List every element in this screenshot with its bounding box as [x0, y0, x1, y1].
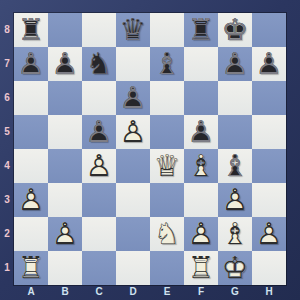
square-e2[interactable]: ♞♘ [150, 217, 184, 251]
square-d3[interactable] [116, 183, 150, 217]
square-a6[interactable] [14, 81, 48, 115]
square-a5[interactable] [14, 115, 48, 149]
rank-label-7: 7 [0, 47, 14, 81]
piece-outline-glyph: ♖ [14, 13, 48, 47]
piece-outline-glyph: ♙ [14, 47, 48, 81]
square-c1[interactable] [82, 251, 116, 285]
square-e6[interactable] [150, 81, 184, 115]
black-pawn-piece: ♟♙ [14, 47, 48, 81]
square-f7[interactable] [184, 47, 218, 81]
square-f6[interactable] [184, 81, 218, 115]
square-a8[interactable]: ♜♖ [14, 13, 48, 47]
white-rook-piece: ♜♖ [14, 251, 48, 285]
piece-fill-glyph: ♟ [252, 217, 286, 251]
square-b2[interactable]: ♟♙ [48, 217, 82, 251]
piece-fill-glyph: ♟ [252, 47, 286, 81]
piece-outline-glyph: ♙ [116, 81, 150, 115]
piece-outline-glyph: ♗ [218, 149, 252, 183]
square-h4[interactable] [252, 149, 286, 183]
square-e8[interactable] [150, 13, 184, 47]
square-d1[interactable] [116, 251, 150, 285]
piece-fill-glyph: ♛ [116, 13, 150, 47]
black-pawn-piece: ♟♙ [116, 81, 150, 115]
file-labels: ABCDEFGH [14, 285, 286, 300]
black-bishop-piece: ♝♗ [218, 149, 252, 183]
white-rook-piece: ♜♖ [184, 251, 218, 285]
piece-fill-glyph: ♜ [184, 251, 218, 285]
square-g7[interactable]: ♟♙ [218, 47, 252, 81]
piece-outline-glyph: ♕ [116, 13, 150, 47]
piece-fill-glyph: ♟ [48, 47, 82, 81]
white-pawn-piece: ♟♙ [82, 149, 116, 183]
black-pawn-piece: ♟♙ [218, 47, 252, 81]
square-a4[interactable] [14, 149, 48, 183]
white-pawn-piece: ♟♙ [218, 183, 252, 217]
piece-fill-glyph: ♚ [218, 251, 252, 285]
file-label-b: B [48, 285, 82, 300]
piece-fill-glyph: ♛ [150, 149, 184, 183]
white-king-piece: ♚♔ [218, 251, 252, 285]
square-h2[interactable]: ♟♙ [252, 217, 286, 251]
piece-outline-glyph: ♘ [82, 47, 116, 81]
piece-fill-glyph: ♟ [218, 47, 252, 81]
square-c7[interactable]: ♞♘ [82, 47, 116, 81]
square-a7[interactable]: ♟♙ [14, 47, 48, 81]
piece-outline-glyph: ♗ [218, 217, 252, 251]
white-pawn-piece: ♟♙ [184, 217, 218, 251]
white-pawn-piece: ♟♙ [48, 217, 82, 251]
white-queen-piece: ♛♕ [150, 149, 184, 183]
square-f2[interactable]: ♟♙ [184, 217, 218, 251]
piece-outline-glyph: ♙ [252, 47, 286, 81]
piece-outline-glyph: ♖ [184, 251, 218, 285]
piece-outline-glyph: ♙ [82, 149, 116, 183]
square-h8[interactable] [252, 13, 286, 47]
piece-fill-glyph: ♜ [184, 13, 218, 47]
square-a1[interactable]: ♜♖ [14, 251, 48, 285]
rank-label-1: 1 [0, 251, 14, 285]
square-h5[interactable] [252, 115, 286, 149]
square-d6[interactable]: ♟♙ [116, 81, 150, 115]
square-b8[interactable] [48, 13, 82, 47]
piece-outline-glyph: ♙ [184, 115, 218, 149]
piece-outline-glyph: ♕ [150, 149, 184, 183]
black-pawn-piece: ♟♙ [252, 47, 286, 81]
white-pawn-piece: ♟♙ [14, 183, 48, 217]
piece-outline-glyph: ♙ [252, 217, 286, 251]
square-h3[interactable] [252, 183, 286, 217]
square-a2[interactable] [14, 217, 48, 251]
square-d8[interactable]: ♛♕ [116, 13, 150, 47]
square-a3[interactable]: ♟♙ [14, 183, 48, 217]
piece-fill-glyph: ♟ [116, 81, 150, 115]
square-f4[interactable]: ♝♗ [184, 149, 218, 183]
piece-fill-glyph: ♜ [14, 251, 48, 285]
square-f3[interactable] [184, 183, 218, 217]
square-b7[interactable]: ♟♙ [48, 47, 82, 81]
white-bishop-piece: ♝♗ [218, 217, 252, 251]
piece-fill-glyph: ♝ [184, 149, 218, 183]
black-king-piece: ♚♔ [218, 13, 252, 47]
piece-fill-glyph: ♟ [14, 183, 48, 217]
piece-outline-glyph: ♔ [218, 13, 252, 47]
black-rook-piece: ♜♖ [184, 13, 218, 47]
piece-outline-glyph: ♗ [184, 149, 218, 183]
square-e4[interactable]: ♛♕ [150, 149, 184, 183]
black-knight-piece: ♞♘ [82, 47, 116, 81]
piece-outline-glyph: ♙ [48, 47, 82, 81]
piece-fill-glyph: ♟ [48, 217, 82, 251]
black-rook-piece: ♜♖ [14, 13, 48, 47]
rank-label-2: 2 [0, 217, 14, 251]
black-pawn-piece: ♟♙ [82, 115, 116, 149]
white-pawn-piece: ♟♙ [252, 217, 286, 251]
file-label-d: D [116, 285, 150, 300]
square-d2[interactable] [116, 217, 150, 251]
square-c2[interactable] [82, 217, 116, 251]
rank-labels: 87654321 [0, 13, 14, 285]
square-g1[interactable]: ♚♔ [218, 251, 252, 285]
piece-outline-glyph: ♗ [150, 47, 184, 81]
piece-fill-glyph: ♜ [14, 13, 48, 47]
square-f8[interactable]: ♜♖ [184, 13, 218, 47]
square-b1[interactable] [48, 251, 82, 285]
piece-fill-glyph: ♞ [82, 47, 116, 81]
rank-label-8: 8 [0, 13, 14, 47]
piece-outline-glyph: ♘ [150, 217, 184, 251]
square-c5[interactable]: ♟♙ [82, 115, 116, 149]
chess-board: ♜♖♛♕♜♖♚♔♟♙♟♙♞♘♝♗♟♙♟♙♟♙♟♙♟♙♟♙♟♙♛♕♝♗♝♗♟♙♟♙… [14, 13, 286, 285]
piece-fill-glyph: ♟ [116, 115, 150, 149]
piece-fill-glyph: ♝ [218, 217, 252, 251]
square-d7[interactable] [116, 47, 150, 81]
file-label-h: H [252, 285, 286, 300]
square-g5[interactable] [218, 115, 252, 149]
piece-fill-glyph: ♝ [218, 149, 252, 183]
piece-outline-glyph: ♙ [48, 217, 82, 251]
square-g4[interactable]: ♝♗ [218, 149, 252, 183]
square-f5[interactable]: ♟♙ [184, 115, 218, 149]
square-g2[interactable]: ♝♗ [218, 217, 252, 251]
white-bishop-piece: ♝♗ [184, 149, 218, 183]
piece-fill-glyph: ♝ [150, 47, 184, 81]
square-b4[interactable] [48, 149, 82, 183]
square-d4[interactable] [116, 149, 150, 183]
file-label-f: F [184, 285, 218, 300]
square-b3[interactable] [48, 183, 82, 217]
piece-fill-glyph: ♟ [184, 217, 218, 251]
black-pawn-piece: ♟♙ [184, 115, 218, 149]
piece-fill-glyph: ♟ [82, 115, 116, 149]
square-f1[interactable]: ♜♖ [184, 251, 218, 285]
square-g6[interactable] [218, 81, 252, 115]
square-h6[interactable] [252, 81, 286, 115]
file-label-c: C [82, 285, 116, 300]
black-pawn-piece: ♟♙ [48, 47, 82, 81]
square-c8[interactable] [82, 13, 116, 47]
square-b6[interactable] [48, 81, 82, 115]
piece-outline-glyph: ♙ [116, 115, 150, 149]
square-d5[interactable]: ♟♙ [116, 115, 150, 149]
piece-outline-glyph: ♙ [184, 217, 218, 251]
piece-fill-glyph: ♟ [184, 115, 218, 149]
black-queen-piece: ♛♕ [116, 13, 150, 47]
square-e1[interactable] [150, 251, 184, 285]
square-e7[interactable]: ♝♗ [150, 47, 184, 81]
piece-outline-glyph: ♖ [14, 251, 48, 285]
square-h1[interactable] [252, 251, 286, 285]
piece-outline-glyph: ♙ [82, 115, 116, 149]
piece-fill-glyph: ♟ [218, 183, 252, 217]
square-c6[interactable] [82, 81, 116, 115]
white-pawn-piece: ♟♙ [116, 115, 150, 149]
square-b5[interactable] [48, 115, 82, 149]
square-c3[interactable] [82, 183, 116, 217]
square-g8[interactable]: ♚♔ [218, 13, 252, 47]
square-h7[interactable]: ♟♙ [252, 47, 286, 81]
piece-fill-glyph: ♞ [150, 217, 184, 251]
rank-label-6: 6 [0, 81, 14, 115]
file-label-g: G [218, 285, 252, 300]
piece-outline-glyph: ♙ [218, 47, 252, 81]
piece-outline-glyph: ♔ [218, 251, 252, 285]
piece-outline-glyph: ♙ [14, 183, 48, 217]
piece-fill-glyph: ♟ [82, 149, 116, 183]
rank-label-3: 3 [0, 183, 14, 217]
file-label-e: E [150, 285, 184, 300]
white-knight-piece: ♞♘ [150, 217, 184, 251]
square-e5[interactable] [150, 115, 184, 149]
piece-fill-glyph: ♚ [218, 13, 252, 47]
piece-outline-glyph: ♖ [184, 13, 218, 47]
black-bishop-piece: ♝♗ [150, 47, 184, 81]
square-g3[interactable]: ♟♙ [218, 183, 252, 217]
rank-label-4: 4 [0, 149, 14, 183]
rank-label-5: 5 [0, 115, 14, 149]
piece-outline-glyph: ♙ [218, 183, 252, 217]
file-label-a: A [14, 285, 48, 300]
square-c4[interactable]: ♟♙ [82, 149, 116, 183]
chess-board-frame: 87654321 ♜♖♛♕♜♖♚♔♟♙♟♙♞♘♝♗♟♙♟♙♟♙♟♙♟♙♟♙♟♙♛… [0, 0, 300, 300]
square-e3[interactable] [150, 183, 184, 217]
piece-fill-glyph: ♟ [14, 47, 48, 81]
